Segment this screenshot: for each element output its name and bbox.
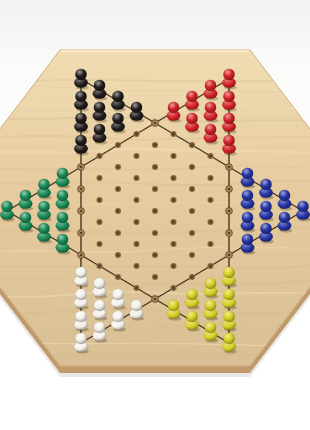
- hole-c9r6[interactable]: [152, 230, 158, 236]
- hole-c11r3[interactable]: [189, 142, 195, 148]
- hole-c5r6[interactable]: [78, 186, 85, 193]
- hole-c9r5[interactable]: [152, 208, 158, 214]
- hole-c11r4[interactable]: [189, 164, 195, 170]
- hole-c8r6[interactable]: [134, 219, 140, 225]
- hole-c11r8[interactable]: [189, 252, 195, 258]
- hole-c13r6[interactable]: [226, 186, 233, 193]
- hole-c11r6[interactable]: [189, 208, 195, 214]
- hole-c11r9[interactable]: [189, 274, 195, 280]
- hole-c7r7[interactable]: [115, 230, 121, 236]
- hole-c10r5[interactable]: [171, 197, 177, 203]
- hole-c11r7[interactable]: [189, 230, 195, 236]
- chinese-checkers-board: [0, 0, 310, 430]
- hole-c8r5[interactable]: [134, 197, 140, 203]
- hole-c12r6[interactable]: [208, 197, 214, 203]
- hole-c8r8[interactable]: [134, 263, 140, 269]
- hole-c12r8[interactable]: [208, 241, 214, 247]
- hole-c9r1[interactable]: [152, 120, 159, 127]
- peg-blue-c17r1[interactable]: [296, 201, 310, 222]
- hole-c7r6[interactable]: [115, 208, 121, 214]
- hole-c9r2[interactable]: [152, 142, 158, 148]
- hole-c9r7[interactable]: [152, 252, 158, 258]
- product-photo-stage: [0, 0, 310, 430]
- hole-c9r8[interactable]: [152, 274, 158, 280]
- hole-c12r4[interactable]: [208, 153, 214, 159]
- hole-c5r9[interactable]: [78, 252, 85, 259]
- hole-c6r9[interactable]: [97, 263, 103, 269]
- hole-c10r6[interactable]: [171, 219, 177, 225]
- hole-c6r5[interactable]: [97, 175, 103, 181]
- hole-c10r9[interactable]: [171, 285, 177, 291]
- hole-c7r3[interactable]: [115, 142, 121, 148]
- hole-c8r2[interactable]: [134, 131, 140, 137]
- hole-c6r6[interactable]: [97, 197, 103, 203]
- hole-c8r9[interactable]: [134, 285, 140, 291]
- hole-c5r7[interactable]: [78, 208, 85, 215]
- hole-c10r3[interactable]: [171, 153, 177, 159]
- hole-c13r5[interactable]: [226, 164, 233, 171]
- hole-c10r2[interactable]: [171, 131, 177, 137]
- hole-c12r7[interactable]: [208, 219, 214, 225]
- hole-c8r4[interactable]: [134, 175, 140, 181]
- hole-c13r7[interactable]: [226, 208, 233, 215]
- hole-c6r8[interactable]: [97, 241, 103, 247]
- hole-c12r9[interactable]: [208, 263, 214, 269]
- hole-c7r9[interactable]: [115, 274, 121, 280]
- hole-c10r7[interactable]: [171, 241, 177, 247]
- hole-c9r4[interactable]: [152, 186, 158, 192]
- hole-c13r9[interactable]: [226, 252, 233, 259]
- hole-c5r8[interactable]: [78, 230, 85, 237]
- hole-c7r8[interactable]: [115, 252, 121, 258]
- hole-c10r8[interactable]: [171, 263, 177, 269]
- hole-c6r7[interactable]: [97, 219, 103, 225]
- hole-c12r5[interactable]: [208, 175, 214, 181]
- hole-c9r9[interactable]: [152, 296, 159, 303]
- hole-c6r4[interactable]: [97, 153, 103, 159]
- hole-c8r3[interactable]: [134, 153, 140, 159]
- hole-c7r4[interactable]: [115, 164, 121, 170]
- hole-c9r3[interactable]: [152, 164, 158, 170]
- hole-c5r5[interactable]: [78, 164, 85, 171]
- hole-c7r5[interactable]: [115, 186, 121, 192]
- hole-c8r7[interactable]: [134, 241, 140, 247]
- hole-c11r5[interactable]: [189, 186, 195, 192]
- hole-c10r4[interactable]: [171, 175, 177, 181]
- hole-c13r8[interactable]: [226, 230, 233, 237]
